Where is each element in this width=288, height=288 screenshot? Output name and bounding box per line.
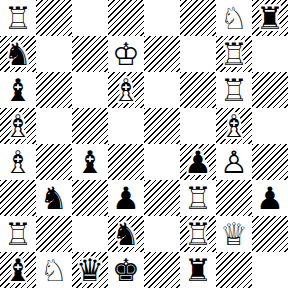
piece-black-pawn: ♟ (108, 180, 144, 216)
square-e2[interactable] (144, 216, 180, 252)
square-c3[interactable] (72, 180, 108, 216)
piece-white-rook: ♖ (216, 36, 252, 72)
square-h1[interactable] (252, 252, 288, 288)
piece-halo: ♝ (0, 72, 36, 108)
square-g2[interactable]: ♛♕ (216, 216, 252, 252)
square-b5[interactable] (36, 108, 72, 144)
piece-white-bishop: ♗ (216, 108, 252, 144)
square-d7[interactable]: ♚♔ (108, 36, 144, 72)
square-e7[interactable] (144, 36, 180, 72)
piece-white-bishop: ♗ (0, 144, 36, 180)
piece-white-rook: ♖ (0, 216, 36, 252)
square-f8[interactable] (180, 0, 216, 36)
piece-halo: ♜ (180, 216, 216, 252)
square-d8[interactable] (108, 0, 144, 36)
piece-white-pawn: ♙ (216, 144, 252, 180)
square-a3[interactable] (0, 180, 36, 216)
square-c2[interactable] (72, 216, 108, 252)
square-g6[interactable]: ♜♖ (216, 72, 252, 108)
square-h5[interactable] (252, 108, 288, 144)
piece-halo: ♛ (72, 252, 108, 288)
square-g4[interactable]: ♟♙ (216, 144, 252, 180)
piece-halo: ♟ (216, 144, 252, 180)
piece-white-rook: ♖ (180, 180, 216, 216)
square-c7[interactable] (72, 36, 108, 72)
piece-black-king: ♚ (108, 252, 144, 288)
piece-white-queen: ♕ (216, 216, 252, 252)
piece-halo: ♟ (180, 144, 216, 180)
square-f6[interactable] (180, 72, 216, 108)
piece-halo: ♞ (36, 180, 72, 216)
piece-halo: ♜ (216, 72, 252, 108)
square-a1[interactable]: ♝♝ (0, 252, 36, 288)
square-h3[interactable]: ♟♟ (252, 180, 288, 216)
square-e5[interactable] (144, 108, 180, 144)
square-a5[interactable]: ♝♗ (0, 108, 36, 144)
square-g8[interactable]: ♞♘ (216, 0, 252, 36)
piece-halo: ♜ (216, 36, 252, 72)
piece-halo: ♞ (108, 216, 144, 252)
piece-white-rook: ♖ (180, 216, 216, 252)
square-a6[interactable]: ♝♝ (0, 72, 36, 108)
piece-halo: ♝ (72, 144, 108, 180)
square-e6[interactable] (144, 72, 180, 108)
piece-halo: ♞ (36, 252, 72, 288)
piece-halo: ♚ (108, 252, 144, 288)
piece-black-bishop: ♝ (0, 252, 36, 288)
piece-halo: ♜ (0, 0, 36, 36)
square-c5[interactable] (72, 108, 108, 144)
piece-white-knight: ♘ (36, 252, 72, 288)
square-h2[interactable] (252, 216, 288, 252)
square-f4[interactable]: ♟♟ (180, 144, 216, 180)
piece-halo: ♝ (0, 252, 36, 288)
piece-black-knight: ♞ (108, 216, 144, 252)
square-b2[interactable] (36, 216, 72, 252)
square-a2[interactable]: ♜♖ (0, 216, 36, 252)
piece-halo: ♟ (108, 180, 144, 216)
square-c4[interactable]: ♝♝ (72, 144, 108, 180)
square-b4[interactable] (36, 144, 72, 180)
square-f2[interactable]: ♜♖ (180, 216, 216, 252)
piece-black-knight: ♞ (36, 180, 72, 216)
piece-black-rook: ♜ (180, 252, 216, 288)
square-g7[interactable]: ♜♖ (216, 36, 252, 72)
square-h4[interactable] (252, 144, 288, 180)
square-d4[interactable] (108, 144, 144, 180)
piece-halo: ♝ (108, 72, 144, 108)
piece-black-queen: ♛ (72, 252, 108, 288)
piece-halo: ♝ (0, 144, 36, 180)
piece-white-rook: ♖ (216, 72, 252, 108)
piece-halo: ♜ (252, 0, 288, 36)
square-c6[interactable] (72, 72, 108, 108)
square-f7[interactable] (180, 36, 216, 72)
piece-white-bishop: ♗ (108, 72, 144, 108)
chess-board: ♜♖♞♘♜♜♞♞♚♔♜♖♝♝♝♗♜♖♝♗♝♗♝♗♝♝♟♟♟♙♞♞♟♟♜♖♟♟♜♖… (0, 0, 288, 288)
piece-halo: ♟ (252, 180, 288, 216)
piece-halo: ♜ (0, 216, 36, 252)
square-h8[interactable]: ♜♜ (252, 0, 288, 36)
piece-black-bishop: ♝ (0, 72, 36, 108)
square-d3[interactable]: ♟♟ (108, 180, 144, 216)
square-h6[interactable] (252, 72, 288, 108)
square-d5[interactable] (108, 108, 144, 144)
piece-halo: ♝ (216, 108, 252, 144)
piece-halo: ♜ (180, 180, 216, 216)
square-e3[interactable] (144, 180, 180, 216)
piece-white-knight: ♘ (216, 0, 252, 36)
square-b3[interactable]: ♞♞ (36, 180, 72, 216)
piece-halo: ♛ (216, 216, 252, 252)
piece-halo: ♜ (180, 252, 216, 288)
square-d2[interactable]: ♞♞ (108, 216, 144, 252)
square-f1[interactable]: ♜♜ (180, 252, 216, 288)
piece-halo: ♝ (0, 108, 36, 144)
square-a7[interactable]: ♞♞ (0, 36, 36, 72)
piece-white-rook: ♖ (0, 0, 36, 36)
square-d6[interactable]: ♝♗ (108, 72, 144, 108)
piece-black-pawn: ♟ (252, 180, 288, 216)
square-h7[interactable] (252, 36, 288, 72)
piece-black-pawn: ♟ (180, 144, 216, 180)
piece-white-bishop: ♗ (0, 108, 36, 144)
square-f3[interactable]: ♜♖ (180, 180, 216, 216)
square-g5[interactable]: ♝♗ (216, 108, 252, 144)
square-b8[interactable] (36, 0, 72, 36)
square-f5[interactable] (180, 108, 216, 144)
square-b1[interactable]: ♞♘ (36, 252, 72, 288)
square-g3[interactable] (216, 180, 252, 216)
piece-white-king: ♔ (108, 36, 144, 72)
square-e4[interactable] (144, 144, 180, 180)
piece-halo: ♚ (108, 36, 144, 72)
square-b6[interactable] (36, 72, 72, 108)
square-a8[interactable]: ♜♖ (0, 0, 36, 36)
square-a4[interactable]: ♝♗ (0, 144, 36, 180)
piece-halo: ♞ (216, 0, 252, 36)
piece-black-rook: ♜ (252, 0, 288, 36)
piece-black-bishop: ♝ (72, 144, 108, 180)
square-g1[interactable] (216, 252, 252, 288)
piece-halo: ♞ (0, 36, 36, 72)
square-c1[interactable]: ♛♛ (72, 252, 108, 288)
piece-black-knight: ♞ (0, 36, 36, 72)
square-c8[interactable] (72, 0, 108, 36)
square-d1[interactable]: ♚♚ (108, 252, 144, 288)
square-e1[interactable] (144, 252, 180, 288)
square-e8[interactable] (144, 0, 180, 36)
square-b7[interactable] (36, 36, 72, 72)
